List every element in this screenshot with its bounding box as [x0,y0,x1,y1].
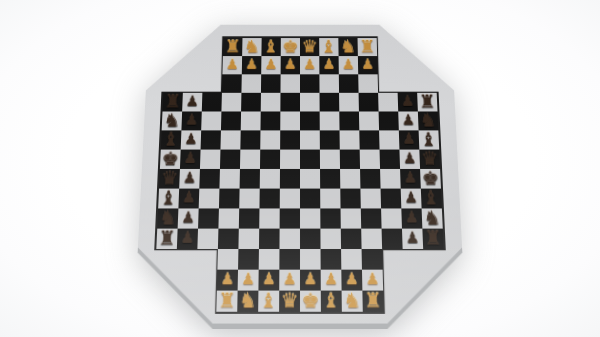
square-k2[interactable]: ♟ [362,269,383,290]
light-bishop-i1[interactable]: ♝ [321,289,342,310]
light-queen-h14[interactable]: ♛ [300,37,319,55]
dark-pawn-m5[interactable]: ♟ [401,207,422,227]
square-h9[interactable] [300,130,320,149]
square-f9[interactable] [260,130,280,149]
square-h1[interactable]: ♚ [300,290,321,311]
square-c5[interactable] [198,208,219,228]
dark-pawn-b6[interactable]: ♟ [178,187,199,207]
light-pawn-f2[interactable]: ♟ [258,268,279,289]
square-j7[interactable] [340,168,360,188]
dark-king-a8[interactable]: ♚ [160,148,181,167]
dark-rook-a4[interactable]: ♜ [156,227,177,247]
square-h8[interactable] [300,149,320,168]
square-d7[interactable] [219,168,240,188]
dark-bishop-n9[interactable]: ♝ [419,129,440,148]
square-l8[interactable] [380,149,401,168]
dark-rook-n4[interactable]: ♜ [422,227,443,247]
square-h6[interactable] [300,188,320,208]
square-g10[interactable] [280,111,300,130]
square-i11[interactable] [320,92,340,111]
square-e2[interactable]: ♟ [238,269,259,290]
square-f11[interactable] [261,92,281,111]
square-m8[interactable]: ♟ [399,149,420,168]
square-g1[interactable]: ♛ [279,290,300,311]
square-k7[interactable] [360,168,381,188]
dark-pawn-b8[interactable]: ♟ [180,148,201,167]
square-f8[interactable] [260,149,280,168]
square-g7[interactable] [280,168,300,188]
dark-knight-a5[interactable]: ♞ [157,207,178,227]
square-m11[interactable]: ♟ [398,92,418,111]
square-h14[interactable]: ♛ [300,38,319,56]
square-k4[interactable] [361,228,382,248]
dark-bishop-n6[interactable]: ♝ [421,187,442,207]
square-c4[interactable] [197,228,218,248]
square-g3[interactable] [279,248,300,269]
square-e4[interactable] [238,228,259,248]
square-n9[interactable]: ♝ [419,130,440,149]
square-a4[interactable]: ♜ [156,228,177,248]
square-b9[interactable]: ♟ [181,130,202,149]
square-d1[interactable]: ♜ [216,290,237,311]
light-pawn-h2[interactable]: ♟ [300,268,321,289]
square-k8[interactable] [360,149,380,168]
square-d11[interactable] [221,92,241,111]
dark-knight-a10[interactable]: ♞ [162,110,182,129]
square-e5[interactable] [239,208,260,228]
square-i1[interactable]: ♝ [321,290,342,311]
square-j11[interactable] [339,92,359,111]
square-l11[interactable] [378,92,398,111]
square-f6[interactable] [259,188,279,208]
square-k10[interactable] [359,111,379,130]
square-n8[interactable]: ♛ [419,149,440,168]
dark-pawn-b7[interactable]: ♟ [179,167,200,187]
square-e7[interactable] [240,168,260,188]
square-n10[interactable]: ♞ [418,111,438,130]
dark-pawn-m11[interactable]: ♟ [398,91,418,110]
square-g12[interactable] [280,74,300,92]
square-a9[interactable]: ♝ [161,130,182,149]
dark-bishop-a9[interactable]: ♝ [161,129,182,148]
square-f2[interactable]: ♟ [258,269,279,290]
square-k1[interactable]: ♜ [362,290,383,311]
square-i2[interactable]: ♟ [321,269,342,290]
square-b5[interactable]: ♟ [178,208,199,228]
light-knight-e14[interactable]: ♞ [242,37,262,55]
square-e10[interactable] [241,111,261,130]
square-e9[interactable] [240,130,260,149]
square-d6[interactable] [219,188,240,208]
square-d4[interactable] [218,228,239,248]
dark-queen-n8[interactable]: ♛ [419,148,440,167]
light-pawn-i2[interactable]: ♟ [321,268,342,289]
square-f10[interactable] [260,111,280,130]
light-pawn-d13[interactable]: ♟ [222,55,242,73]
square-a5[interactable]: ♞ [157,208,178,228]
square-j12[interactable] [339,74,359,92]
square-k12[interactable] [358,74,378,92]
square-j5[interactable] [341,208,362,228]
dark-pawn-b4[interactable]: ♟ [177,227,198,247]
dark-pawn-m6[interactable]: ♟ [401,187,422,207]
dark-pawn-m9[interactable]: ♟ [399,129,419,148]
square-h10[interactable] [300,111,320,130]
square-k5[interactable] [361,208,382,228]
square-c8[interactable] [200,149,221,168]
square-m10[interactable]: ♟ [398,111,418,130]
square-f13[interactable]: ♟ [261,56,281,74]
light-pawn-h13[interactable]: ♟ [300,55,319,73]
square-a8[interactable]: ♚ [160,149,181,168]
square-d9[interactable] [220,130,240,149]
dark-king-n7[interactable]: ♚ [420,167,441,187]
light-pawn-g2[interactable]: ♟ [279,268,300,289]
square-e1[interactable]: ♞ [237,290,258,311]
square-f5[interactable] [259,208,280,228]
square-e8[interactable] [240,149,260,168]
square-g9[interactable] [280,130,300,149]
square-n11[interactable]: ♜ [417,92,437,111]
square-l4[interactable] [382,228,403,248]
square-i13[interactable]: ♟ [319,56,339,74]
square-c10[interactable] [201,111,221,130]
square-m5[interactable]: ♟ [401,208,422,228]
square-c11[interactable] [202,92,222,111]
square-j3[interactable] [341,248,362,269]
square-f4[interactable] [259,228,280,248]
square-j9[interactable] [340,130,360,149]
square-n7[interactable]: ♚ [420,168,441,188]
square-i5[interactable] [320,208,341,228]
light-rook-d14[interactable]: ♜ [223,37,243,55]
light-pawn-i13[interactable]: ♟ [319,55,339,73]
dark-knight-n5[interactable]: ♞ [422,207,443,227]
square-l7[interactable] [380,168,401,188]
light-king-g14[interactable]: ♚ [281,37,300,55]
square-d12[interactable] [222,74,242,92]
light-pawn-k13[interactable]: ♟ [358,55,378,73]
square-g2[interactable]: ♟ [279,269,300,290]
square-b7[interactable]: ♟ [179,168,200,188]
square-l9[interactable] [379,130,399,149]
corner-void [154,290,176,311]
dark-pawn-m8[interactable]: ♟ [399,148,420,167]
light-king-h1[interactable]: ♚ [300,289,321,310]
light-rook-k14[interactable]: ♜ [358,37,378,55]
square-i7[interactable] [320,168,340,188]
dark-knight-n10[interactable]: ♞ [418,110,438,129]
square-f3[interactable] [259,248,280,269]
dark-pawn-b5[interactable]: ♟ [178,207,199,227]
square-f1[interactable]: ♝ [258,290,279,311]
light-pawn-j2[interactable]: ♟ [341,268,362,289]
square-i6[interactable] [320,188,340,208]
square-b11[interactable]: ♟ [182,92,202,111]
dark-pawn-m10[interactable]: ♟ [398,110,418,129]
square-e6[interactable] [239,188,260,208]
square-g13[interactable]: ♟ [281,56,300,74]
dark-pawn-b11[interactable]: ♟ [182,91,202,110]
square-h2[interactable]: ♟ [300,269,321,290]
light-queen-g1[interactable]: ♛ [279,289,300,310]
square-k6[interactable] [360,188,381,208]
square-e13[interactable]: ♟ [242,56,262,74]
light-knight-j14[interactable]: ♞ [338,37,358,55]
light-bishop-f1[interactable]: ♝ [258,289,279,310]
dark-pawn-b10[interactable]: ♟ [181,110,201,129]
light-knight-e1[interactable]: ♞ [237,289,258,310]
square-l10[interactable] [379,111,399,130]
corner-void [165,38,185,56]
square-i4[interactable] [320,228,341,248]
square-j14[interactable]: ♞ [338,38,358,56]
square-c7[interactable] [199,168,220,188]
corner-void [415,38,435,56]
square-g5[interactable] [280,208,300,228]
square-h11[interactable] [300,92,320,111]
dark-rook-n11[interactable]: ♜ [417,91,437,110]
square-a6[interactable]: ♝ [158,188,179,208]
square-e14[interactable]: ♞ [242,38,262,56]
square-m6[interactable]: ♟ [401,188,422,208]
square-e11[interactable] [241,92,261,111]
light-pawn-e2[interactable]: ♟ [238,268,259,289]
square-e12[interactable] [241,74,261,92]
square-m7[interactable]: ♟ [400,168,421,188]
light-pawn-d2[interactable]: ♟ [217,268,238,289]
square-a10[interactable]: ♞ [162,111,182,130]
square-h5[interactable] [300,208,320,228]
square-l6[interactable] [381,188,402,208]
square-b6[interactable]: ♟ [178,188,199,208]
square-j2[interactable]: ♟ [341,269,362,290]
square-j8[interactable] [340,149,360,168]
square-h4[interactable] [300,228,321,248]
square-a11[interactable]: ♜ [162,92,182,111]
square-h7[interactable] [300,168,320,188]
square-i10[interactable] [320,111,340,130]
square-h12[interactable] [300,74,320,92]
square-d13[interactable]: ♟ [222,56,242,74]
square-g8[interactable] [280,149,300,168]
square-m9[interactable]: ♟ [399,130,420,149]
square-d10[interactable] [221,111,241,130]
square-i8[interactable] [320,149,340,168]
light-pawn-e13[interactable]: ♟ [242,55,262,73]
light-pawn-j13[interactable]: ♟ [339,55,359,73]
dark-pawn-b9[interactable]: ♟ [181,129,201,148]
square-n5[interactable]: ♞ [422,208,443,228]
square-d8[interactable] [220,149,240,168]
square-c9[interactable] [201,130,221,149]
square-n6[interactable]: ♝ [421,188,442,208]
square-m4[interactable]: ♟ [402,228,423,248]
square-d2[interactable]: ♟ [217,269,238,290]
square-a7[interactable]: ♛ [159,168,180,188]
square-d5[interactable] [218,208,239,228]
square-i12[interactable] [319,74,339,92]
square-i9[interactable] [320,130,340,149]
square-b10[interactable]: ♟ [181,111,201,130]
dark-pawn-m4[interactable]: ♟ [402,227,423,247]
square-n4[interactable]: ♜ [422,228,443,248]
square-k11[interactable] [359,92,379,111]
square-k13[interactable]: ♟ [358,56,378,74]
square-i14[interactable]: ♝ [319,38,338,56]
square-f7[interactable] [260,168,280,188]
square-l5[interactable] [381,208,402,228]
dark-bishop-a6[interactable]: ♝ [158,187,179,207]
light-bishop-f14[interactable]: ♝ [261,37,280,55]
square-g11[interactable] [280,92,300,111]
dark-queen-a7[interactable]: ♛ [159,167,180,187]
square-d14[interactable]: ♜ [223,38,243,56]
light-pawn-k2[interactable]: ♟ [362,268,383,289]
square-j1[interactable]: ♞ [342,290,363,311]
square-j6[interactable] [340,188,361,208]
four-player-chess-set: ♜♞♝♚♛♝♞♜♟♟♟♟♟♟♟♟♜♟♟♜♞♟♟♞♝♟♟♝♚♟♟♛♛♟♟♚♝♟♟♝… [134,24,466,323]
square-e3[interactable] [238,248,259,269]
square-d3[interactable] [217,248,238,269]
dark-rook-a11[interactable]: ♜ [163,91,183,110]
square-g4[interactable] [279,228,300,248]
square-f12[interactable] [261,74,281,92]
square-h13[interactable]: ♟ [300,56,319,74]
corner-void [425,290,447,311]
light-rook-k1[interactable]: ♜ [362,289,383,310]
square-j4[interactable] [341,228,362,248]
square-c6[interactable] [199,188,220,208]
square-k9[interactable] [359,130,379,149]
square-b8[interactable]: ♟ [180,149,201,168]
square-h3[interactable] [300,248,321,269]
light-knight-j1[interactable]: ♞ [342,289,363,310]
light-pawn-f13[interactable]: ♟ [261,55,281,73]
render-canvas: ♜♞♝♚♛♝♞♜♟♟♟♟♟♟♟♟♜♟♟♜♞♟♟♞♝♟♟♝♚♟♟♛♛♟♟♚♝♟♟♝… [0,0,600,337]
light-pawn-g13[interactable]: ♟ [281,55,300,73]
square-f14[interactable]: ♝ [261,38,280,56]
light-rook-d1[interactable]: ♜ [216,289,237,310]
square-k14[interactable]: ♜ [358,38,378,56]
dark-pawn-m7[interactable]: ♟ [400,167,421,187]
square-k3[interactable] [362,248,383,269]
square-b4[interactable]: ♟ [177,228,198,248]
square-g14[interactable]: ♚ [281,38,300,56]
square-g6[interactable] [280,188,300,208]
light-bishop-i14[interactable]: ♝ [319,37,338,55]
square-i3[interactable] [321,248,342,269]
square-j13[interactable]: ♟ [339,56,359,74]
square-j10[interactable] [339,111,359,130]
